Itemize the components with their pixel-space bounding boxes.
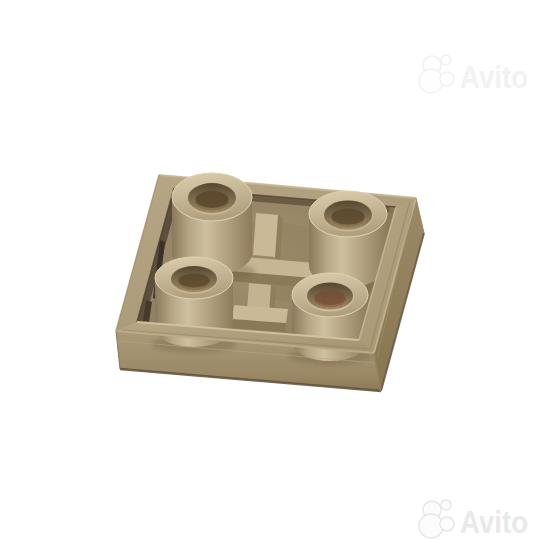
product-photo-stage: Avito Avito	[0, 0, 540, 540]
lego-piece-render	[0, 0, 540, 540]
